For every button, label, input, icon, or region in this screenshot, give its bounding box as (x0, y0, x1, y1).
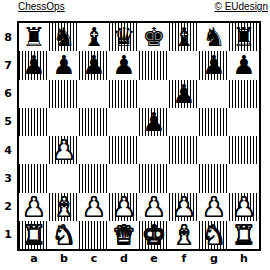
white-knight: ♞ (202, 221, 225, 249)
square-c6[interactable] (79, 80, 109, 108)
square-g4[interactable] (199, 136, 229, 164)
white-rook: ♜ (232, 221, 255, 249)
square-e3[interactable] (139, 164, 169, 192)
board: ♜♞♝♛♚♝♞♜♟♟♟♟♟♟♟♟♟♟♝♟♟♟♟♟♟♜♞♛♚♝♞♜ (17, 21, 261, 251)
white-pawn: ♟ (22, 193, 45, 221)
square-h6[interactable] (229, 80, 259, 108)
rank-label-6: 6 (1, 80, 15, 108)
square-d3[interactable] (109, 164, 139, 192)
square-e8[interactable]: ♚ (139, 23, 169, 51)
black-pawn: ♟ (172, 80, 195, 108)
white-knight: ♞ (52, 221, 75, 249)
white-bishop: ♝ (172, 221, 195, 249)
white-pawn: ♟ (232, 193, 255, 221)
square-h5[interactable] (229, 108, 259, 136)
white-king: ♚ (142, 221, 165, 249)
square-d8[interactable]: ♛ (109, 23, 139, 51)
square-b8[interactable]: ♞ (49, 23, 79, 51)
white-rook: ♜ (22, 221, 45, 249)
rank-label-5: 5 (1, 108, 15, 136)
square-f1[interactable]: ♝ (169, 221, 199, 249)
square-a8[interactable]: ♜ (19, 23, 49, 51)
rank-label-1: 1 (1, 221, 15, 249)
black-pawn: ♟ (142, 108, 165, 136)
square-g2[interactable]: ♟ (199, 193, 229, 221)
square-a4[interactable] (19, 136, 49, 164)
black-queen: ♛ (112, 23, 135, 51)
square-c4[interactable] (79, 136, 109, 164)
black-pawn: ♟ (52, 51, 75, 79)
file-label-d: d (109, 252, 139, 265)
file-labels: abcdefgh (19, 252, 259, 265)
white-pawn: ♟ (52, 136, 75, 164)
square-e4[interactable] (139, 136, 169, 164)
black-pawn: ♟ (22, 51, 45, 79)
square-h1[interactable]: ♜ (229, 221, 259, 249)
square-a2[interactable]: ♟ (19, 193, 49, 221)
square-c2[interactable]: ♟ (79, 193, 109, 221)
black-pawn: ♟ (112, 51, 135, 79)
square-b2[interactable]: ♝ (49, 193, 79, 221)
square-e1[interactable]: ♚ (139, 221, 169, 249)
credit-label: © EUdesign (214, 1, 268, 13)
square-g3[interactable] (199, 164, 229, 192)
square-g1[interactable]: ♞ (199, 221, 229, 249)
square-d1[interactable]: ♛ (109, 221, 139, 249)
square-a5[interactable] (19, 108, 49, 136)
black-pawn: ♟ (202, 51, 225, 79)
square-g5[interactable] (199, 108, 229, 136)
white-bishop: ♝ (52, 193, 75, 221)
square-g7[interactable]: ♟ (199, 51, 229, 79)
file-label-e: e (139, 252, 169, 265)
file-label-g: g (199, 252, 229, 265)
square-d7[interactable]: ♟ (109, 51, 139, 79)
square-a3[interactable] (19, 164, 49, 192)
rank-label-4: 4 (1, 136, 15, 164)
white-pawn: ♟ (202, 193, 225, 221)
square-b6[interactable] (49, 80, 79, 108)
square-h8[interactable]: ♜ (229, 23, 259, 51)
square-h2[interactable]: ♟ (229, 193, 259, 221)
square-g6[interactable] (199, 80, 229, 108)
square-c5[interactable] (79, 108, 109, 136)
file-label-c: c (79, 252, 109, 265)
app-title: ChessOps (18, 1, 65, 13)
square-e2[interactable]: ♟ (139, 193, 169, 221)
square-f5[interactable] (169, 108, 199, 136)
file-label-b: b (49, 252, 79, 265)
black-knight: ♞ (202, 23, 225, 51)
black-king: ♚ (142, 23, 165, 51)
square-c3[interactable] (79, 164, 109, 192)
black-bishop: ♝ (172, 23, 195, 51)
white-pawn: ♟ (172, 193, 195, 221)
square-a6[interactable] (19, 80, 49, 108)
square-h4[interactable] (229, 136, 259, 164)
square-c1[interactable] (79, 221, 109, 249)
square-f3[interactable] (169, 164, 199, 192)
square-c7[interactable]: ♟ (79, 51, 109, 79)
square-b3[interactable] (49, 164, 79, 192)
square-a7[interactable]: ♟ (19, 51, 49, 79)
square-h3[interactable] (229, 164, 259, 192)
square-f4[interactable] (169, 136, 199, 164)
square-e7[interactable] (139, 51, 169, 79)
square-f8[interactable]: ♝ (169, 23, 199, 51)
square-e5[interactable]: ♟ (139, 108, 169, 136)
black-rook: ♜ (22, 23, 45, 51)
square-b7[interactable]: ♟ (49, 51, 79, 79)
square-b1[interactable]: ♞ (49, 221, 79, 249)
black-pawn: ♟ (232, 51, 255, 79)
rank-label-2: 2 (1, 193, 15, 221)
square-f2[interactable]: ♟ (169, 193, 199, 221)
black-bishop: ♝ (82, 23, 105, 51)
square-e6[interactable] (139, 80, 169, 108)
square-f6[interactable]: ♟ (169, 80, 199, 108)
white-queen: ♛ (112, 221, 135, 249)
file-label-a: a (19, 252, 49, 265)
square-d4[interactable] (109, 136, 139, 164)
square-b4[interactable]: ♟ (49, 136, 79, 164)
white-pawn: ♟ (142, 193, 165, 221)
square-b5[interactable] (49, 108, 79, 136)
black-knight: ♞ (52, 23, 75, 51)
file-label-f: f (169, 252, 199, 265)
square-g8[interactable]: ♞ (199, 23, 229, 51)
square-a1[interactable]: ♜ (19, 221, 49, 249)
file-label-h: h (229, 252, 259, 265)
black-rook: ♜ (232, 23, 255, 51)
square-f7[interactable] (169, 51, 199, 79)
white-pawn: ♟ (112, 193, 135, 221)
rank-label-7: 7 (1, 51, 15, 79)
white-pawn: ♟ (82, 193, 105, 221)
square-d6[interactable] (109, 80, 139, 108)
rank-label-3: 3 (1, 164, 15, 192)
square-h7[interactable]: ♟ (229, 51, 259, 79)
square-d2[interactable]: ♟ (109, 193, 139, 221)
square-d5[interactable] (109, 108, 139, 136)
black-pawn: ♟ (82, 51, 105, 79)
rank-label-8: 8 (1, 23, 15, 51)
square-c8[interactable]: ♝ (79, 23, 109, 51)
rank-labels: 87654321 (1, 23, 15, 249)
